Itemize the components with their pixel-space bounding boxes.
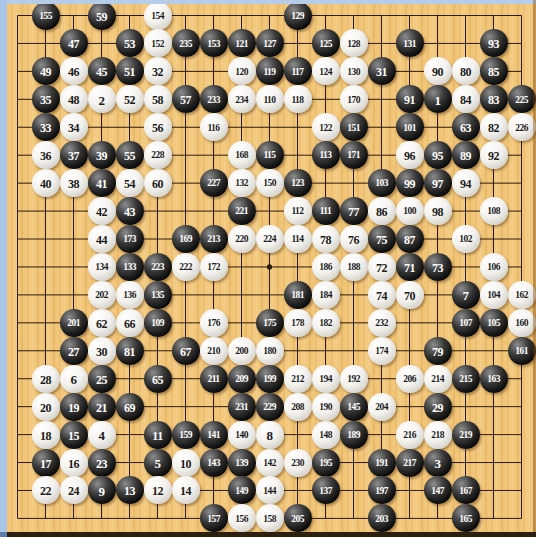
stone-black-205[interactable]: 205 xyxy=(284,504,312,532)
stone-white-220[interactable]: 220 xyxy=(228,225,256,253)
move-number: 65 xyxy=(152,373,163,385)
move-number: 191 xyxy=(375,458,388,468)
stone-black-31[interactable]: 31 xyxy=(368,57,396,85)
stone-black-3[interactable]: 3 xyxy=(424,449,452,477)
stone-white-78[interactable]: 78 xyxy=(312,225,340,253)
stone-black-209[interactable]: 209 xyxy=(228,365,256,393)
stone-black-115[interactable]: 115 xyxy=(256,141,284,169)
move-number: 87 xyxy=(404,234,415,246)
stone-black-117[interactable]: 117 xyxy=(284,57,312,85)
move-number: 149 xyxy=(235,486,248,496)
stone-black-127[interactable]: 127 xyxy=(256,29,284,57)
stone-black-233[interactable]: 233 xyxy=(200,85,228,113)
stone-black-231[interactable]: 231 xyxy=(228,393,256,421)
stone-black-149[interactable]: 149 xyxy=(228,476,256,504)
move-number: 128 xyxy=(347,39,360,49)
window-top-border xyxy=(0,0,536,4)
move-number: 162 xyxy=(515,291,528,301)
stone-black-85[interactable]: 85 xyxy=(480,57,508,85)
stone-white-8[interactable]: 8 xyxy=(256,421,284,449)
stone-white-214[interactable]: 214 xyxy=(424,365,452,393)
stone-black-211[interactable]: 211 xyxy=(200,365,228,393)
stone-white-52[interactable]: 52 xyxy=(116,85,144,113)
stone-black-29[interactable]: 29 xyxy=(424,393,452,421)
move-number: 184 xyxy=(319,291,332,301)
stone-white-42[interactable]: 42 xyxy=(88,197,116,225)
stone-black-147[interactable]: 147 xyxy=(424,476,452,504)
stone-white-10[interactable]: 10 xyxy=(172,449,200,477)
move-number: 151 xyxy=(347,123,360,133)
stone-black-83[interactable]: 83 xyxy=(480,85,508,113)
stone-black-109[interactable]: 109 xyxy=(144,309,172,337)
move-number: 169 xyxy=(179,235,192,245)
stone-white-128[interactable]: 128 xyxy=(340,29,368,57)
stone-black-33[interactable]: 33 xyxy=(32,113,60,141)
stone-white-218[interactable]: 218 xyxy=(424,421,452,449)
stone-black-5[interactable]: 5 xyxy=(144,449,172,477)
move-number: 174 xyxy=(375,347,388,357)
move-number: 173 xyxy=(123,235,136,245)
stone-black-19[interactable]: 19 xyxy=(60,393,88,421)
move-number: 20 xyxy=(40,401,51,413)
stone-white-60[interactable]: 60 xyxy=(144,169,172,197)
stone-white-148[interactable]: 148 xyxy=(312,421,340,449)
stone-white-130[interactable]: 130 xyxy=(340,57,368,85)
stone-white-84[interactable]: 84 xyxy=(452,85,480,113)
stone-black-65[interactable]: 65 xyxy=(144,365,172,393)
move-number: 223 xyxy=(151,263,164,273)
move-number: 55 xyxy=(124,150,135,162)
move-number: 132 xyxy=(235,179,248,189)
stone-black-15[interactable]: 15 xyxy=(60,421,88,449)
move-number: 35 xyxy=(40,94,51,106)
stone-black-167[interactable]: 167 xyxy=(452,476,480,504)
stone-black-95[interactable]: 95 xyxy=(424,141,452,169)
stone-white-62[interactable]: 62 xyxy=(88,309,116,337)
move-number: 98 xyxy=(432,206,443,218)
stone-white-174[interactable]: 174 xyxy=(368,337,396,365)
move-number: 202 xyxy=(95,291,108,301)
move-number: 182 xyxy=(319,319,332,329)
move-number: 59 xyxy=(96,10,107,22)
stone-black-101[interactable]: 101 xyxy=(396,113,424,141)
stone-white-152[interactable]: 152 xyxy=(144,29,172,57)
stone-black-73[interactable]: 73 xyxy=(424,253,452,281)
stone-black-121[interactable]: 121 xyxy=(228,29,256,57)
stone-black-111[interactable]: 111 xyxy=(312,197,340,225)
stone-black-189[interactable]: 189 xyxy=(340,421,368,449)
stone-white-94[interactable]: 94 xyxy=(452,169,480,197)
stone-white-72[interactable]: 72 xyxy=(368,253,396,281)
stone-white-230[interactable]: 230 xyxy=(284,449,312,477)
stone-white-118[interactable]: 118 xyxy=(284,85,312,113)
move-number: 31 xyxy=(376,66,387,78)
move-number: 137 xyxy=(319,486,332,496)
stone-white-96[interactable]: 96 xyxy=(396,141,424,169)
move-number: 48 xyxy=(68,94,79,106)
stone-black-129[interactable]: 129 xyxy=(284,2,312,30)
stone-black-43[interactable]: 43 xyxy=(116,197,144,225)
stone-white-98[interactable]: 98 xyxy=(424,197,452,225)
stone-black-169[interactable]: 169 xyxy=(172,225,200,253)
stone-black-165[interactable]: 165 xyxy=(452,504,480,532)
move-number: 4 xyxy=(99,429,105,442)
stone-white-156[interactable]: 156 xyxy=(228,504,256,532)
stone-black-25[interactable]: 25 xyxy=(88,365,116,393)
stones-layer[interactable]: 1555915412947531522351531211271251281319… xyxy=(0,0,536,537)
stone-white-222[interactable]: 222 xyxy=(172,253,200,281)
stone-white-228[interactable]: 228 xyxy=(144,141,172,169)
stone-white-206[interactable]: 206 xyxy=(396,365,424,393)
move-number: 143 xyxy=(207,458,220,468)
move-number: 47 xyxy=(68,38,79,50)
stone-black-13[interactable]: 13 xyxy=(116,476,144,504)
stone-black-181[interactable]: 181 xyxy=(284,281,312,309)
stone-white-136[interactable]: 136 xyxy=(116,281,144,309)
stone-black-135[interactable]: 135 xyxy=(144,281,172,309)
stone-white-44[interactable]: 44 xyxy=(88,225,116,253)
stone-white-176[interactable]: 176 xyxy=(200,309,228,337)
stone-white-34[interactable]: 34 xyxy=(60,113,88,141)
move-number: 156 xyxy=(235,514,248,524)
stone-white-100[interactable]: 100 xyxy=(396,197,424,225)
stone-white-132[interactable]: 132 xyxy=(228,169,256,197)
stone-black-103[interactable]: 103 xyxy=(368,169,396,197)
stone-black-9[interactable]: 9 xyxy=(88,476,116,504)
move-number: 144 xyxy=(263,486,276,496)
stone-white-46[interactable]: 46 xyxy=(60,57,88,85)
stone-black-131[interactable]: 131 xyxy=(396,29,424,57)
stone-white-150[interactable]: 150 xyxy=(256,169,284,197)
stone-white-194[interactable]: 194 xyxy=(312,365,340,393)
stone-black-97[interactable]: 97 xyxy=(424,169,452,197)
stone-black-113[interactable]: 113 xyxy=(312,141,340,169)
stone-black-139[interactable]: 139 xyxy=(228,449,256,477)
stone-white-184[interactable]: 184 xyxy=(312,281,340,309)
move-number: 194 xyxy=(319,374,332,384)
go-board-window: 1555915412947531522351531211271251281319… xyxy=(0,0,536,537)
stone-white-188[interactable]: 188 xyxy=(340,253,368,281)
move-number: 181 xyxy=(291,291,304,301)
stone-black-99[interactable]: 99 xyxy=(396,169,424,197)
move-number: 133 xyxy=(123,263,136,273)
move-number: 231 xyxy=(235,402,248,412)
stone-black-215[interactable]: 215 xyxy=(452,365,480,393)
move-number: 152 xyxy=(151,39,164,49)
stone-black-75[interactable]: 75 xyxy=(368,225,396,253)
move-number: 9 xyxy=(99,484,105,497)
stone-black-161[interactable]: 161 xyxy=(508,337,536,365)
stone-white-186[interactable]: 186 xyxy=(312,253,340,281)
stone-white-110[interactable]: 110 xyxy=(256,85,284,113)
stone-white-20[interactable]: 20 xyxy=(32,393,60,421)
stone-white-122[interactable]: 122 xyxy=(312,113,340,141)
stone-black-141[interactable]: 141 xyxy=(200,421,228,449)
stone-white-14[interactable]: 14 xyxy=(172,476,200,504)
stone-black-119[interactable]: 119 xyxy=(256,57,284,85)
stone-white-108[interactable]: 108 xyxy=(480,197,508,225)
stone-white-204[interactable]: 204 xyxy=(368,393,396,421)
stone-white-58[interactable]: 58 xyxy=(144,85,172,113)
stone-black-23[interactable]: 23 xyxy=(88,449,116,477)
stone-black-63[interactable]: 63 xyxy=(452,113,480,141)
stone-black-35[interactable]: 35 xyxy=(32,85,60,113)
stone-black-125[interactable]: 125 xyxy=(312,29,340,57)
stone-black-171[interactable]: 171 xyxy=(340,141,368,169)
stone-black-145[interactable]: 145 xyxy=(340,393,368,421)
stone-white-124[interactable]: 124 xyxy=(312,57,340,85)
move-number: 136 xyxy=(123,291,136,301)
stone-white-134[interactable]: 134 xyxy=(88,253,116,281)
stone-black-197[interactable]: 197 xyxy=(368,476,396,504)
stone-white-172[interactable]: 172 xyxy=(200,253,228,281)
stone-black-59[interactable]: 59 xyxy=(88,2,116,30)
stone-black-67[interactable]: 67 xyxy=(172,337,200,365)
stone-white-24[interactable]: 24 xyxy=(60,476,88,504)
stone-white-158[interactable]: 158 xyxy=(256,504,284,532)
stone-black-159[interactable]: 159 xyxy=(172,421,200,449)
move-number: 23 xyxy=(96,457,107,469)
stone-black-223[interactable]: 223 xyxy=(144,253,172,281)
stone-black-1[interactable]: 1 xyxy=(424,85,452,113)
stone-black-203[interactable]: 203 xyxy=(368,504,396,532)
move-number: 117 xyxy=(291,67,303,77)
stone-black-87[interactable]: 87 xyxy=(396,225,424,253)
window-left-border xyxy=(0,0,7,537)
stone-black-201[interactable]: 201 xyxy=(60,309,88,337)
stone-white-106[interactable]: 106 xyxy=(480,253,508,281)
stone-white-234[interactable]: 234 xyxy=(228,85,256,113)
move-number: 94 xyxy=(460,178,471,190)
move-number: 49 xyxy=(40,66,51,78)
stone-white-178[interactable]: 178 xyxy=(284,309,312,337)
move-number: 172 xyxy=(207,263,220,273)
stone-black-175[interactable]: 175 xyxy=(256,309,284,337)
stone-white-92[interactable]: 92 xyxy=(480,141,508,169)
stone-white-210[interactable]: 210 xyxy=(200,337,228,365)
stone-black-53[interactable]: 53 xyxy=(116,29,144,57)
stone-white-28[interactable]: 28 xyxy=(32,365,60,393)
move-number: 157 xyxy=(207,514,220,524)
stone-black-173[interactable]: 173 xyxy=(116,225,144,253)
move-number: 225 xyxy=(515,95,528,105)
stone-black-71[interactable]: 71 xyxy=(396,253,424,281)
stone-white-116[interactable]: 116 xyxy=(200,113,228,141)
stone-black-219[interactable]: 219 xyxy=(452,421,480,449)
move-number: 24 xyxy=(68,485,79,497)
move-number: 90 xyxy=(432,66,443,78)
move-number: 57 xyxy=(180,94,191,106)
stone-white-102[interactable]: 102 xyxy=(452,225,480,253)
stone-black-163[interactable]: 163 xyxy=(480,365,508,393)
stone-black-21[interactable]: 21 xyxy=(88,393,116,421)
move-number: 163 xyxy=(487,374,500,384)
move-number: 80 xyxy=(460,66,471,78)
stone-white-154[interactable]: 154 xyxy=(144,2,172,30)
move-number: 171 xyxy=(347,151,360,161)
stone-white-90[interactable]: 90 xyxy=(424,57,452,85)
stone-black-37[interactable]: 37 xyxy=(60,141,88,169)
stone-black-227[interactable]: 227 xyxy=(200,169,228,197)
stone-black-221[interactable]: 221 xyxy=(228,197,256,225)
move-number: 229 xyxy=(263,402,276,412)
move-number: 112 xyxy=(291,207,303,217)
stone-white-32[interactable]: 32 xyxy=(144,57,172,85)
move-number: 220 xyxy=(235,235,248,245)
move-number: 99 xyxy=(404,178,415,190)
stone-white-56[interactable]: 56 xyxy=(144,113,172,141)
move-number: 130 xyxy=(347,67,360,77)
move-number: 200 xyxy=(235,347,248,357)
stone-white-82[interactable]: 82 xyxy=(480,113,508,141)
stone-black-157[interactable]: 157 xyxy=(200,504,228,532)
stone-black-151[interactable]: 151 xyxy=(340,113,368,141)
stone-white-160[interactable]: 160 xyxy=(508,309,536,337)
stone-white-6[interactable]: 6 xyxy=(60,365,88,393)
stone-white-168[interactable]: 168 xyxy=(228,141,256,169)
stone-white-232[interactable]: 232 xyxy=(368,309,396,337)
stone-black-195[interactable]: 195 xyxy=(312,449,340,477)
stone-white-104[interactable]: 104 xyxy=(480,281,508,309)
move-number: 27 xyxy=(68,345,79,357)
move-number: 109 xyxy=(151,319,164,329)
stone-black-17[interactable]: 17 xyxy=(32,449,60,477)
stone-black-155[interactable]: 155 xyxy=(32,2,60,30)
stone-black-153[interactable]: 153 xyxy=(200,29,228,57)
stone-white-200[interactable]: 200 xyxy=(228,337,256,365)
stone-white-162[interactable]: 162 xyxy=(508,281,536,309)
stone-white-80[interactable]: 80 xyxy=(452,57,480,85)
stone-black-41[interactable]: 41 xyxy=(88,169,116,197)
move-number: 159 xyxy=(179,430,192,440)
stone-black-143[interactable]: 143 xyxy=(200,449,228,477)
move-number: 101 xyxy=(403,123,416,133)
stone-white-48[interactable]: 48 xyxy=(60,85,88,113)
stone-black-213[interactable]: 213 xyxy=(200,225,228,253)
stone-white-38[interactable]: 38 xyxy=(60,169,88,197)
move-number: 224 xyxy=(263,235,276,245)
stone-black-81[interactable]: 81 xyxy=(116,337,144,365)
stone-black-11[interactable]: 11 xyxy=(144,421,172,449)
stone-black-39[interactable]: 39 xyxy=(88,141,116,169)
move-number: 5 xyxy=(155,457,161,470)
stone-black-217[interactable]: 217 xyxy=(396,449,424,477)
move-number: 16 xyxy=(68,457,79,469)
stone-white-142[interactable]: 142 xyxy=(256,449,284,477)
move-number: 216 xyxy=(403,430,416,440)
stone-white-192[interactable]: 192 xyxy=(340,365,368,393)
move-number: 212 xyxy=(291,374,304,384)
stone-black-47[interactable]: 47 xyxy=(60,29,88,57)
stone-black-45[interactable]: 45 xyxy=(88,57,116,85)
stone-black-191[interactable]: 191 xyxy=(368,449,396,477)
stone-white-2[interactable]: 2 xyxy=(88,85,116,113)
stone-black-91[interactable]: 91 xyxy=(396,85,424,113)
move-number: 215 xyxy=(459,374,472,384)
stone-white-224[interactable]: 224 xyxy=(256,225,284,253)
stone-white-86[interactable]: 86 xyxy=(368,197,396,225)
stone-white-112[interactable]: 112 xyxy=(284,197,312,225)
move-number: 32 xyxy=(152,66,163,78)
move-number: 91 xyxy=(404,94,415,106)
stone-white-40[interactable]: 40 xyxy=(32,169,60,197)
stone-black-225[interactable]: 225 xyxy=(508,85,536,113)
stone-white-12[interactable]: 12 xyxy=(144,476,172,504)
stone-white-36[interactable]: 36 xyxy=(32,141,60,169)
stone-white-144[interactable]: 144 xyxy=(256,476,284,504)
stone-white-202[interactable]: 202 xyxy=(88,281,116,309)
stone-white-70[interactable]: 70 xyxy=(396,281,424,309)
stone-white-54[interactable]: 54 xyxy=(116,169,144,197)
stone-black-89[interactable]: 89 xyxy=(452,141,480,169)
stone-white-66[interactable]: 66 xyxy=(116,309,144,337)
stone-white-190[interactable]: 190 xyxy=(312,393,340,421)
stone-black-77[interactable]: 77 xyxy=(340,197,368,225)
stone-white-180[interactable]: 180 xyxy=(256,337,284,365)
stone-black-57[interactable]: 57 xyxy=(172,85,200,113)
move-number: 176 xyxy=(207,319,220,329)
move-number: 58 xyxy=(152,94,163,106)
stone-black-69[interactable]: 69 xyxy=(116,393,144,421)
stone-black-49[interactable]: 49 xyxy=(32,57,60,85)
stone-black-27[interactable]: 27 xyxy=(60,337,88,365)
stone-white-16[interactable]: 16 xyxy=(60,449,88,477)
stone-white-208[interactable]: 208 xyxy=(284,393,312,421)
stone-black-235[interactable]: 235 xyxy=(172,29,200,57)
stone-black-7[interactable]: 7 xyxy=(452,281,480,309)
stone-black-229[interactable]: 229 xyxy=(256,393,284,421)
move-number: 180 xyxy=(263,347,276,357)
stone-white-226[interactable]: 226 xyxy=(508,113,536,141)
stone-black-51[interactable]: 51 xyxy=(116,57,144,85)
stone-white-182[interactable]: 182 xyxy=(312,309,340,337)
stone-black-79[interactable]: 79 xyxy=(424,337,452,365)
move-number: 45 xyxy=(96,66,107,78)
stone-white-170[interactable]: 170 xyxy=(340,85,368,113)
stone-black-55[interactable]: 55 xyxy=(116,141,144,169)
stone-black-107[interactable]: 107 xyxy=(452,309,480,337)
stone-white-120[interactable]: 120 xyxy=(228,57,256,85)
stone-white-4[interactable]: 4 xyxy=(88,421,116,449)
stone-black-137[interactable]: 137 xyxy=(312,476,340,504)
move-number: 140 xyxy=(235,430,248,440)
move-number: 113 xyxy=(319,151,331,161)
stone-white-30[interactable]: 30 xyxy=(88,337,116,365)
move-number: 139 xyxy=(235,458,248,468)
move-number: 51 xyxy=(124,66,135,78)
stone-white-76[interactable]: 76 xyxy=(340,225,368,253)
stone-white-216[interactable]: 216 xyxy=(396,421,424,449)
move-number: 115 xyxy=(263,151,275,161)
stone-white-22[interactable]: 22 xyxy=(32,476,60,504)
stone-white-212[interactable]: 212 xyxy=(284,365,312,393)
stone-black-123[interactable]: 123 xyxy=(284,169,312,197)
move-number: 186 xyxy=(319,263,332,273)
move-number: 28 xyxy=(40,373,51,385)
stone-black-133[interactable]: 133 xyxy=(116,253,144,281)
stone-black-199[interactable]: 199 xyxy=(256,365,284,393)
stone-black-93[interactable]: 93 xyxy=(480,29,508,57)
move-number: 121 xyxy=(235,39,248,49)
move-number: 178 xyxy=(291,319,304,329)
stone-white-114[interactable]: 114 xyxy=(284,225,312,253)
move-number: 148 xyxy=(319,430,332,440)
stone-black-105[interactable]: 105 xyxy=(480,309,508,337)
stone-white-74[interactable]: 74 xyxy=(368,281,396,309)
move-number: 131 xyxy=(403,39,416,49)
stone-white-140[interactable]: 140 xyxy=(228,421,256,449)
stone-white-18[interactable]: 18 xyxy=(32,421,60,449)
